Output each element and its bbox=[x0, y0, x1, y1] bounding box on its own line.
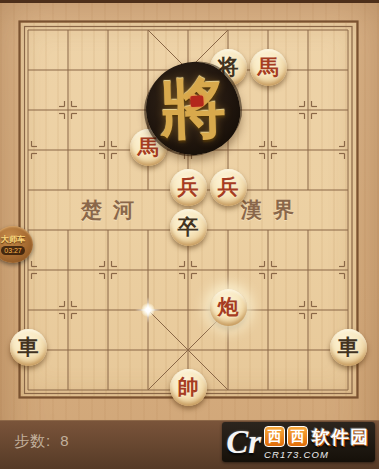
xiangqi-game-screen: 楚河 漢界 将馬馬兵兵卒炮車車帥 將 大师车 03:27 步数:8 Cr 西 西… bbox=[0, 0, 379, 469]
step-counter-label: 步数: bbox=[14, 432, 51, 449]
piece-black-soldier[interactable]: 卒 bbox=[170, 209, 207, 246]
piece-red-soldier[interactable]: 兵 bbox=[210, 169, 247, 206]
event-badge-timer: 03:27 bbox=[1, 246, 25, 255]
move-highlight-sparkle bbox=[135, 297, 161, 323]
watermark-monogram: Cr bbox=[226, 424, 261, 460]
event-badge-label: 大师车 bbox=[1, 234, 25, 245]
bottom-bar: 步数:8 Cr 西 西 软件园 CR173.COM bbox=[0, 420, 379, 469]
step-counter-value: 8 bbox=[60, 432, 69, 449]
app-logo-general-glyph: 將 bbox=[159, 74, 227, 142]
watermark-site-url: CR173.COM bbox=[264, 449, 369, 460]
piece-black-chariot[interactable]: 車 bbox=[10, 329, 47, 366]
step-counter: 步数:8 bbox=[14, 432, 70, 451]
piece-glyph: 炮 bbox=[218, 297, 239, 318]
piece-red-horse[interactable]: 馬 bbox=[250, 49, 287, 86]
piece-glyph: 馬 bbox=[138, 137, 159, 158]
app-logo-red-seal-icon bbox=[190, 95, 204, 107]
watermark-box-char-2: 西 bbox=[287, 426, 308, 447]
piece-red-soldier[interactable]: 兵 bbox=[170, 169, 207, 206]
piece-red-cannon[interactable]: 炮 bbox=[210, 289, 247, 326]
piece-glyph: 帥 bbox=[178, 377, 199, 398]
watermark-suffix: 软件园 bbox=[312, 425, 369, 449]
piece-glyph: 兵 bbox=[218, 177, 239, 198]
piece-glyph: 卒 bbox=[178, 217, 199, 238]
piece-glyph: 兵 bbox=[178, 177, 199, 198]
watermark-logo: Cr 西 西 软件园 CR173.COM bbox=[222, 422, 375, 462]
piece-glyph: 馬 bbox=[258, 57, 279, 78]
piece-black-chariot[interactable]: 車 bbox=[330, 329, 367, 366]
watermark-box-char-1: 西 bbox=[264, 426, 285, 447]
piece-glyph: 車 bbox=[18, 337, 39, 358]
top-edge-trim bbox=[0, 0, 379, 3]
sparkle-dot bbox=[141, 303, 155, 317]
piece-red-general[interactable]: 帥 bbox=[170, 369, 207, 406]
piece-glyph: 車 bbox=[338, 337, 359, 358]
river-label-left: 楚河 bbox=[57, 196, 169, 224]
